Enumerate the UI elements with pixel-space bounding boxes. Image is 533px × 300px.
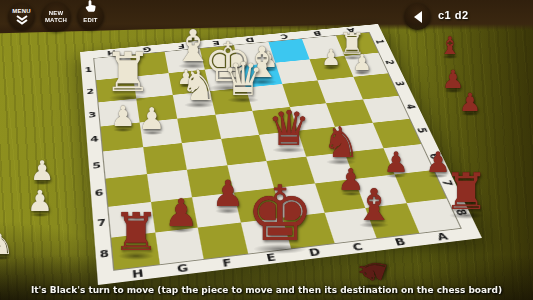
white-rook-h1[interactable]: ♜ (101, 46, 155, 100)
menu-button-label: MENU (12, 8, 30, 15)
piece-shadow (354, 71, 369, 74)
red-pawn-g7[interactable]: ♟ (162, 194, 200, 232)
piece-shadow (113, 128, 133, 132)
piece-shadow (253, 244, 306, 255)
red-pawn-f7[interactable]: ♟ (210, 176, 246, 212)
rank-label-2: 2 (82, 80, 98, 104)
red-bishop-captured-0: ♝ (438, 34, 462, 58)
piece-shadow (30, 213, 50, 217)
rank-label-7: 7 (92, 207, 111, 239)
edit-button[interactable]: EDIT (77, 3, 104, 30)
piece-shadow (442, 55, 459, 58)
white-queen-d1[interactable]: ♛ (220, 56, 266, 102)
rank-label-5: 5 (88, 151, 106, 180)
red-bishop-c8[interactable]: ♝ (352, 183, 396, 227)
piece-shadow (142, 131, 163, 135)
new-match-button[interactable]: NEW MATCH (41, 2, 71, 32)
hand-cursor-icon (84, 0, 98, 13)
piece-shadow (323, 66, 338, 69)
white-knight-captured-2: ♞ (0, 231, 15, 259)
red-knight-captured-3: ♞ (355, 253, 389, 287)
white-pawn-h3[interactable]: ♟ (109, 103, 137, 131)
piece-shadow (461, 112, 479, 116)
piece-shadow (118, 252, 154, 259)
red-queen-d5[interactable]: ♛ (265, 104, 313, 152)
red-rook-h8[interactable]: ♜ (110, 206, 162, 258)
new-match-label-line1: NEW (49, 10, 64, 17)
red-pawn-b6[interactable]: ♟ (382, 149, 410, 177)
undo-move-button[interactable] (404, 3, 431, 30)
rank-label-1: 1 (81, 59, 97, 82)
piece-shadow (215, 208, 240, 213)
red-pawn-captured-2: ♟ (458, 90, 483, 115)
red-knight-c6[interactable]: ♞ (320, 122, 362, 164)
white-knight-f3[interactable]: ♞ (178, 65, 220, 107)
white-pawn-g3[interactable]: ♟ (137, 104, 167, 134)
status-message: It's Black's turn to move (tap the piece… (0, 285, 533, 295)
back-triangle-icon (408, 7, 428, 27)
red-king-e8[interactable]: ♚ (242, 176, 318, 252)
piece-shadow (168, 227, 195, 232)
square-f8[interactable] (198, 222, 248, 259)
piece-shadow (386, 174, 406, 178)
rank-label-6: 6 (90, 178, 108, 208)
white-pawn-captured-1: ♟ (26, 187, 55, 216)
app-screen: HGFEDCBA HGFEDCBA 12345678 12345678 ♜♟♟♞… (0, 0, 533, 300)
white-pawn-a2[interactable]: ♟ (351, 52, 373, 74)
white-pawn-captured-0: ♟ (29, 157, 56, 184)
rank-label-4: 4 (86, 126, 103, 153)
menu-button[interactable]: MENU (8, 3, 35, 30)
piece-shadow (184, 102, 213, 108)
red-rook-a8[interactable]: ♜ (441, 167, 491, 217)
piece-shadow (449, 212, 484, 219)
edit-button-label: EDIT (83, 17, 97, 24)
rank-label-3: 3 (84, 102, 101, 127)
last-move-text: c1 d2 (438, 9, 469, 21)
double-chevron-down-icon (15, 15, 29, 25)
white-pawn-b2[interactable]: ♟ (320, 47, 342, 69)
new-match-label-line2: MATCH (45, 17, 67, 24)
